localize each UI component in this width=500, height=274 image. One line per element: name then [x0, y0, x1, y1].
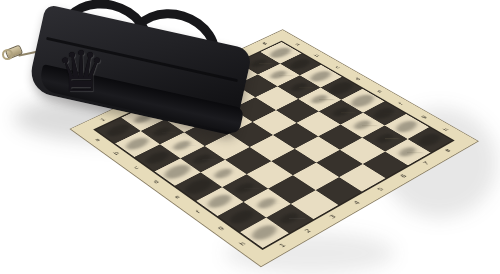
rank-label-3-near: 3	[329, 214, 338, 219]
piece-glyph: ♟	[386, 111, 428, 158]
rank-label-2-near: 2	[304, 228, 313, 234]
rank-label-5-near: 5	[376, 187, 385, 192]
zipper-ring-icon	[2, 49, 13, 60]
rank-label-4-near: 4	[353, 200, 362, 205]
file-label-b-near: b	[113, 151, 121, 156]
file-label-e-near: e	[173, 195, 181, 200]
extra-black-queen-piece: ♛	[56, 44, 106, 100]
file-label-c-near: c	[133, 165, 141, 170]
piece-glyph: ♜	[237, 179, 292, 240]
rank-label-6-near: 6	[399, 174, 407, 179]
file-label-f-near: f	[195, 210, 202, 215]
rank-label-7-near: 7	[422, 161, 430, 166]
file-label-h-near: h	[239, 241, 248, 247]
chess-set-product-photo: aa11bb22cc33dd44ee55ff66gg77hh88♜♞♝♚♛♝♞♜…	[0, 0, 500, 274]
rank-label-1-near: 1	[278, 243, 287, 249]
rank-label-8-near: 8	[444, 148, 452, 153]
file-label-g-near: g	[216, 225, 225, 231]
file-label-a-near: a	[94, 138, 102, 143]
